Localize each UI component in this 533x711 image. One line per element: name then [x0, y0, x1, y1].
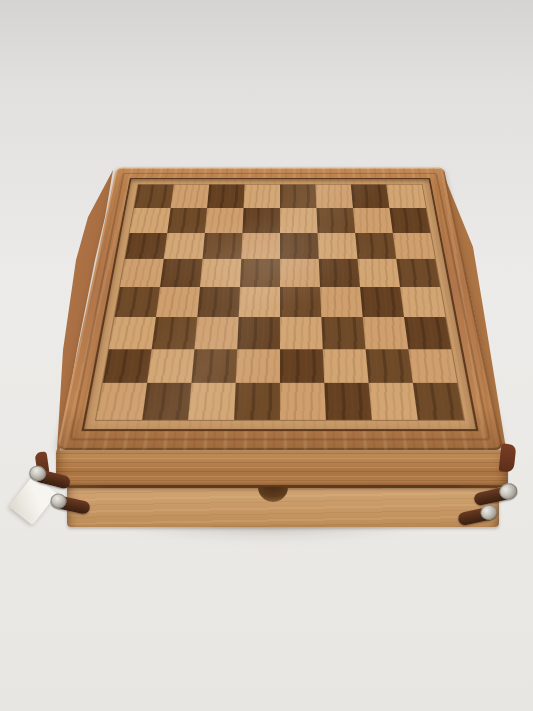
board-square [386, 185, 426, 208]
board-square [152, 317, 198, 349]
board-square [120, 259, 164, 287]
right-corner-strap [499, 443, 517, 472]
board-square [280, 383, 326, 420]
board-square [280, 208, 318, 233]
board-square [205, 208, 244, 233]
board-square [316, 208, 355, 233]
board-square [96, 383, 147, 420]
board-square [280, 349, 324, 383]
board-square [319, 259, 360, 287]
board-square [234, 383, 280, 420]
board-square [207, 185, 245, 208]
board-square [142, 383, 191, 420]
board-square [200, 259, 241, 287]
board-square [413, 383, 464, 420]
board-square [191, 349, 237, 383]
board-square [363, 317, 409, 349]
board-square [393, 233, 435, 259]
board-square [103, 349, 152, 383]
board-square [156, 287, 200, 317]
board-square [280, 259, 320, 287]
board-square [323, 349, 369, 383]
board-square [239, 287, 280, 317]
board-square [160, 259, 203, 287]
board-square [164, 233, 205, 259]
board-square [400, 287, 445, 317]
board-square [203, 233, 243, 259]
board-square [197, 287, 240, 317]
chess-board [57, 168, 504, 450]
board-square [280, 233, 319, 259]
board-square [360, 287, 404, 317]
board-square [240, 259, 280, 287]
board-square [171, 185, 210, 208]
board-square [134, 185, 174, 208]
photo-scene [0, 0, 533, 711]
board-square [242, 208, 280, 233]
board-square [167, 208, 207, 233]
board-square [320, 287, 363, 317]
board-square [280, 287, 321, 317]
board-square [315, 185, 353, 208]
board-square [241, 233, 280, 259]
board-square [357, 259, 400, 287]
board-square [318, 233, 358, 259]
board-square [369, 383, 418, 420]
board-square [125, 233, 167, 259]
board-square [130, 208, 171, 233]
board-maple-border [81, 178, 478, 431]
board-square [280, 317, 323, 349]
box-lid-front [56, 449, 508, 487]
board-square [408, 349, 457, 383]
board-square [237, 317, 280, 349]
board-square [351, 185, 390, 208]
board-square [353, 208, 393, 233]
board-square [194, 317, 238, 349]
board-square [188, 383, 236, 420]
board-square [321, 317, 365, 349]
board-square [389, 208, 430, 233]
board-square [236, 349, 280, 383]
board-square [396, 259, 440, 287]
board-square [109, 317, 156, 349]
board-square [244, 185, 280, 208]
board-square [147, 349, 194, 383]
board-grid [96, 185, 464, 420]
board-square [404, 317, 451, 349]
board-square [355, 233, 396, 259]
board-square [115, 287, 160, 317]
board-square [280, 185, 316, 208]
board-square [366, 349, 413, 383]
board-square [324, 383, 372, 420]
